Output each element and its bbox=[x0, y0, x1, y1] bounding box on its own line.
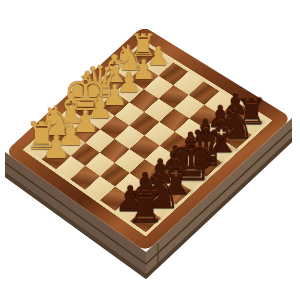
chess-piece-white-pawn-h2: ♟ bbox=[42, 132, 71, 164]
pieces-layer: ♜♞♝♛♚♝♞♜♟♟♟♟♟♟♟♟♟♟♟♟♟♟♟♟♜♞♝♛♚♝♞♜ bbox=[0, 0, 300, 300]
chess-set-photo: ♜♞♝♛♚♝♞♜♟♟♟♟♟♟♟♟♟♟♟♟♟♟♟♟♜♞♝♛♚♝♞♜ bbox=[0, 0, 300, 300]
chess-piece-black-rook-h8: ♜ bbox=[126, 185, 165, 228]
